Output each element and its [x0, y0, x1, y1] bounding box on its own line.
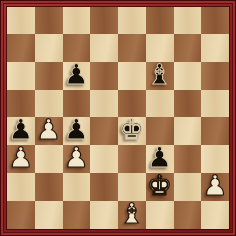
- square-d2[interactable]: [90, 173, 118, 201]
- square-d6[interactable]: [90, 62, 118, 90]
- square-g4[interactable]: [174, 117, 202, 145]
- square-e8[interactable]: [118, 7, 146, 34]
- square-h6[interactable]: [201, 62, 229, 90]
- square-c2[interactable]: [63, 173, 91, 201]
- square-e4[interactable]: ♚: [118, 117, 146, 145]
- square-g8[interactable]: [174, 7, 202, 34]
- square-g2[interactable]: [174, 173, 202, 201]
- square-h7[interactable]: [201, 34, 229, 61]
- piece-white-pawn[interactable]: ♟: [203, 172, 228, 200]
- square-b2[interactable]: [35, 173, 63, 201]
- piece-black-bishop[interactable]: ♝: [147, 61, 172, 89]
- square-h4[interactable]: [201, 117, 229, 145]
- piece-black-pawn[interactable]: ♟: [147, 144, 172, 172]
- piece-white-pawn[interactable]: ♟: [64, 144, 89, 172]
- square-h5[interactable]: [201, 90, 229, 117]
- piece-black-pawn[interactable]: ♟: [64, 61, 89, 89]
- square-f2[interactable]: ♚: [146, 173, 174, 201]
- square-c1[interactable]: [63, 201, 91, 229]
- square-f6[interactable]: ♝: [146, 62, 174, 90]
- square-h2[interactable]: ♟: [201, 173, 229, 201]
- piece-white-pawn[interactable]: ♟: [8, 144, 33, 172]
- square-a3[interactable]: ♟: [7, 145, 35, 173]
- square-a7[interactable]: [7, 34, 35, 61]
- square-b8[interactable]: [35, 7, 63, 34]
- square-d3[interactable]: [90, 145, 118, 173]
- square-c6[interactable]: ♟: [63, 62, 91, 90]
- square-d8[interactable]: [90, 7, 118, 34]
- square-d5[interactable]: [90, 90, 118, 117]
- piece-white-bishop[interactable]: ♝: [119, 200, 144, 228]
- square-e1[interactable]: ♝: [118, 201, 146, 229]
- square-b4[interactable]: ♟: [35, 117, 63, 145]
- square-c3[interactable]: ♟: [63, 145, 91, 173]
- square-g5[interactable]: [174, 90, 202, 117]
- square-f5[interactable]: [146, 90, 174, 117]
- square-a2[interactable]: [7, 173, 35, 201]
- square-a1[interactable]: [7, 201, 35, 229]
- square-e7[interactable]: [118, 34, 146, 61]
- square-a6[interactable]: [7, 62, 35, 90]
- square-b7[interactable]: [35, 34, 63, 61]
- square-g3[interactable]: [174, 145, 202, 173]
- piece-black-pawn[interactable]: ♟: [64, 116, 89, 144]
- square-g7[interactable]: [174, 34, 202, 61]
- board-frame: ♟♝♟♟♟♚♟♟♟♚♟♝: [0, 0, 236, 236]
- square-e3[interactable]: [118, 145, 146, 173]
- square-d7[interactable]: [90, 34, 118, 61]
- piece-black-king[interactable]: ♚: [119, 116, 144, 144]
- square-d1[interactable]: [90, 201, 118, 229]
- square-e6[interactable]: [118, 62, 146, 90]
- piece-black-pawn[interactable]: ♟: [8, 116, 33, 144]
- square-h1[interactable]: [201, 201, 229, 229]
- square-b3[interactable]: [35, 145, 63, 173]
- square-h8[interactable]: [201, 7, 229, 34]
- square-a8[interactable]: [7, 7, 35, 34]
- square-c8[interactable]: [63, 7, 91, 34]
- square-g1[interactable]: [174, 201, 202, 229]
- piece-white-pawn[interactable]: ♟: [36, 116, 61, 144]
- square-g6[interactable]: [174, 62, 202, 90]
- square-b6[interactable]: [35, 62, 63, 90]
- piece-white-king[interactable]: ♚: [147, 172, 172, 200]
- square-d4[interactable]: [90, 117, 118, 145]
- chess-board: ♟♝♟♟♟♚♟♟♟♚♟♝: [7, 7, 229, 229]
- square-f1[interactable]: [146, 201, 174, 229]
- square-f8[interactable]: [146, 7, 174, 34]
- square-b1[interactable]: [35, 201, 63, 229]
